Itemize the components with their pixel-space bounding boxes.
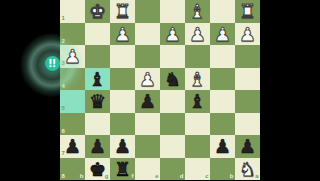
square-a5[interactable]	[235, 90, 260, 113]
letterbox-right	[260, 0, 320, 180]
piece-black-rook: ♜	[114, 158, 131, 181]
square-a4[interactable]	[235, 68, 260, 91]
square-f8[interactable]: f♜	[110, 158, 135, 181]
square-h3[interactable]: 3♟	[60, 45, 85, 68]
square-f2[interactable]: ♟	[110, 23, 135, 46]
square-b4[interactable]	[210, 68, 235, 91]
square-g7[interactable]: ♟	[85, 135, 110, 158]
square-f7[interactable]: ♟	[110, 135, 135, 158]
file-label-f: f	[132, 173, 134, 179]
square-e6[interactable]	[135, 113, 160, 136]
square-f5[interactable]	[110, 90, 135, 113]
square-c4[interactable]: ♝	[185, 68, 210, 91]
square-c8[interactable]: c	[185, 158, 210, 181]
square-d2[interactable]: ♟	[160, 23, 185, 46]
piece-black-pawn: ♟	[64, 135, 81, 158]
square-h7[interactable]: 7♟	[60, 135, 85, 158]
file-label-e: e	[155, 173, 158, 179]
letterbox-left	[0, 0, 60, 180]
rank-label-6: 6	[62, 128, 65, 134]
square-e5[interactable]: ♟	[135, 90, 160, 113]
square-h2[interactable]: 2	[60, 23, 85, 46]
file-label-c: c	[205, 173, 208, 179]
square-a7[interactable]: ♟	[235, 135, 260, 158]
piece-white-pawn: ♟	[139, 68, 156, 91]
piece-white-pawn: ♟	[164, 23, 181, 46]
square-f6[interactable]	[110, 113, 135, 136]
square-a6[interactable]	[235, 113, 260, 136]
square-g2[interactable]	[85, 23, 110, 46]
piece-white-pawn: ♟	[189, 23, 206, 46]
square-c7[interactable]	[185, 135, 210, 158]
square-b8[interactable]: b	[210, 158, 235, 181]
piece-white-pawn: ♟	[114, 23, 131, 46]
rank-label-4: 4	[62, 83, 65, 89]
square-c3[interactable]	[185, 45, 210, 68]
square-e2[interactable]	[135, 23, 160, 46]
chess-board[interactable]: 1♚♜♝♜2♟♟♟♟♟3♟4♝♟♞♝5♛♟♝67♟♟♟♟♟8hg♚f♜edcba…	[60, 0, 260, 180]
rank-label-1: 1	[62, 15, 65, 21]
rank-label-8: 8	[62, 173, 65, 179]
piece-white-king: ♚	[89, 0, 106, 23]
square-h5[interactable]: 5	[60, 90, 85, 113]
square-d1[interactable]	[160, 0, 185, 23]
square-f1[interactable]: ♜	[110, 0, 135, 23]
square-b1[interactable]	[210, 0, 235, 23]
square-h4[interactable]: 4	[60, 68, 85, 91]
square-a1[interactable]: ♜	[235, 0, 260, 23]
piece-white-bishop: ♝	[189, 68, 206, 91]
square-d4[interactable]: ♞	[160, 68, 185, 91]
square-h8[interactable]: 8h	[60, 158, 85, 181]
square-f3[interactable]	[110, 45, 135, 68]
file-label-d: d	[180, 173, 184, 179]
square-g5[interactable]: ♛	[85, 90, 110, 113]
piece-black-pawn: ♟	[239, 135, 256, 158]
square-h6[interactable]: 6	[60, 113, 85, 136]
video-frame: 1♚♜♝♜2♟♟♟♟♟3♟4♝♟♞♝5♛♟♝67♟♟♟♟♟8hg♚f♜edcba…	[0, 0, 320, 180]
piece-black-pawn: ♟	[139, 90, 156, 113]
piece-black-knight: ♞	[164, 68, 181, 91]
square-c6[interactable]	[185, 113, 210, 136]
square-d7[interactable]	[160, 135, 185, 158]
piece-white-pawn: ♟	[64, 45, 81, 68]
square-d8[interactable]: d	[160, 158, 185, 181]
square-d5[interactable]	[160, 90, 185, 113]
square-g3[interactable]	[85, 45, 110, 68]
square-d3[interactable]	[160, 45, 185, 68]
file-label-h: h	[80, 173, 84, 179]
square-c5[interactable]: ♝	[185, 90, 210, 113]
square-a2[interactable]: ♟	[235, 23, 260, 46]
square-e3[interactable]	[135, 45, 160, 68]
square-g4[interactable]: ♝	[85, 68, 110, 91]
piece-black-pawn: ♟	[114, 135, 131, 158]
square-e4[interactable]: ♟	[135, 68, 160, 91]
square-b2[interactable]: ♟	[210, 23, 235, 46]
piece-black-pawn: ♟	[214, 135, 231, 158]
square-f4[interactable]	[110, 68, 135, 91]
piece-white-pawn: ♟	[214, 23, 231, 46]
square-g8[interactable]: g♚	[85, 158, 110, 181]
square-e8[interactable]: e	[135, 158, 160, 181]
square-c2[interactable]: ♟	[185, 23, 210, 46]
square-b6[interactable]	[210, 113, 235, 136]
rank-label-2: 2	[62, 38, 65, 44]
square-g6[interactable]	[85, 113, 110, 136]
piece-white-rook: ♜	[114, 0, 131, 23]
square-c1[interactable]: ♝	[185, 0, 210, 23]
square-h1[interactable]: 1	[60, 0, 85, 23]
piece-white-bishop: ♝	[189, 0, 206, 23]
file-label-b: b	[230, 173, 234, 179]
square-e1[interactable]	[135, 0, 160, 23]
square-e7[interactable]	[135, 135, 160, 158]
piece-black-king: ♚	[89, 158, 106, 181]
square-b3[interactable]	[210, 45, 235, 68]
rank-label-5: 5	[62, 105, 65, 111]
piece-black-bishop: ♝	[189, 90, 206, 113]
piece-black-queen: ♛	[89, 90, 106, 113]
piece-white-rook: ♜	[239, 0, 256, 23]
piece-white-knight: ♞	[239, 158, 256, 181]
square-a3[interactable]	[235, 45, 260, 68]
square-d6[interactable]	[160, 113, 185, 136]
square-b7[interactable]: ♟	[210, 135, 235, 158]
piece-black-bishop: ♝	[89, 68, 106, 91]
square-a8[interactable]: a♞	[235, 158, 260, 181]
piece-white-pawn: ♟	[239, 23, 256, 46]
square-b5[interactable]	[210, 90, 235, 113]
square-g1[interactable]: ♚	[85, 0, 110, 23]
piece-black-pawn: ♟	[89, 135, 106, 158]
